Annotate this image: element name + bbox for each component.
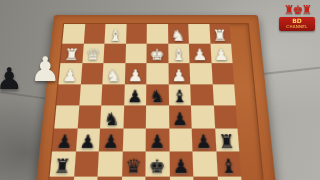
square-f2[interactable] [103,43,125,63]
piece-white-knight: ♞ [102,68,124,84]
logo-text-line2: CHANNEL [279,25,315,29]
square-c3[interactable]: ♟ [168,63,190,84]
piece-white-bishop: ♝ [104,28,126,43]
piece-white-king: ♚ [146,48,168,64]
square-g8[interactable] [72,176,98,180]
piece-white-pawn: ♟ [168,68,190,84]
square-h5[interactable] [54,105,79,128]
square-f7[interactable] [98,151,123,176]
logo-ribbon: BD CHANNEL [279,17,315,31]
square-e7[interactable]: ♛ [121,151,145,176]
chess-photo-frame: ♝♞♜♜♛♚♝♟♟♟♞♟♟♟♞♝♞♟♟♟♟♟♟♜♜♛♚♟♝ ♟ ♟ ♜♚♜ BD… [0,0,320,180]
square-b1[interactable] [188,24,210,43]
square-b4[interactable] [190,84,213,106]
square-a3[interactable] [211,63,234,84]
square-d1[interactable] [147,24,168,43]
piece-white-rook: ♜ [60,48,83,64]
square-f1[interactable]: ♝ [104,24,126,43]
table-seam [260,67,320,75]
piece-white-pawn: ♟ [58,68,81,84]
square-e4[interactable]: ♟ [124,84,147,106]
square-a5[interactable] [213,105,237,128]
piece-black-pawn: ♟ [52,133,77,151]
piece-black-pawn: ♟ [75,133,99,151]
piece-black-king: ♚ [145,157,169,176]
square-d5[interactable] [146,105,169,128]
square-f6[interactable]: ♟ [99,128,123,152]
square-d3[interactable] [146,63,168,84]
piece-white-pawn: ♟ [124,68,146,84]
square-f4[interactable] [101,84,124,106]
piece-white-rook: ♜ [209,28,231,43]
square-d7[interactable]: ♚ [145,151,169,176]
square-a2[interactable]: ♟ [210,43,233,63]
channel-logo: ♜♚♜ BD CHANNEL [279,4,315,31]
captured-white-pawn: ♟ [30,52,60,86]
square-b8[interactable] [193,176,218,180]
square-e2[interactable] [125,43,147,63]
square-d4[interactable]: ♞ [146,84,168,106]
piece-white-bishop: ♝ [168,48,190,64]
piece-black-bishop: ♝ [168,89,191,106]
piece-black-rook: ♜ [50,157,75,176]
square-c2[interactable]: ♝ [168,43,190,63]
piece-black-bishop: ♝ [216,157,241,176]
square-f5[interactable]: ♞ [100,105,124,128]
square-a6[interactable]: ♜ [215,128,240,152]
piece-black-knight: ♞ [146,89,168,106]
square-a4[interactable] [212,84,236,106]
square-h7[interactable]: ♜ [50,151,76,176]
square-b6[interactable]: ♟ [192,128,216,152]
square-g6[interactable]: ♟ [75,128,100,152]
square-c5[interactable]: ♟ [168,105,191,128]
piece-black-queen: ♛ [121,157,145,176]
square-e1[interactable] [126,24,147,43]
square-h3[interactable]: ♟ [58,63,81,84]
square-a8[interactable] [217,176,243,180]
square-e5[interactable] [123,105,146,128]
square-b2[interactable]: ♟ [189,43,211,63]
square-h1[interactable] [62,24,85,43]
square-h6[interactable]: ♟ [52,128,77,152]
piece-white-pawn: ♟ [189,48,211,64]
square-e3[interactable]: ♟ [124,63,146,84]
square-h8[interactable] [47,176,73,180]
square-g5[interactable] [77,105,101,128]
chess-board: ♝♞♜♜♛♚♝♟♟♟♞♟♟♟♞♝♞♟♟♟♟♟♟♜♜♛♚♟♝ [46,23,266,180]
square-a7[interactable]: ♝ [216,151,241,176]
square-g1[interactable] [83,24,105,43]
piece-black-pawn: ♟ [169,157,193,176]
board-perspective-wrap: ♝♞♜♜♛♚♝♟♟♟♞♟♟♟♞♝♞♟♟♟♟♟♟♜♜♛♚♟♝ [54,15,258,180]
square-e6[interactable] [122,128,146,152]
square-g3[interactable] [80,63,103,84]
piece-black-pawn: ♟ [124,89,147,106]
piece-black-rook: ♜ [215,133,239,151]
square-h2[interactable]: ♜ [60,43,83,63]
square-g2[interactable]: ♛ [82,43,105,63]
piece-white-knight: ♞ [168,28,189,43]
piece-white-pawn: ♟ [210,48,232,64]
square-b7[interactable] [192,151,217,176]
square-d8[interactable] [145,176,169,180]
square-d6[interactable]: ♟ [146,128,169,152]
piece-white-queen: ♛ [82,48,104,64]
square-a1[interactable]: ♜ [209,24,231,43]
piece-black-pawn: ♟ [169,110,192,128]
square-c8[interactable] [169,176,194,180]
square-c1[interactable]: ♞ [168,24,189,43]
square-c6[interactable] [169,128,193,152]
piece-black-pawn: ♟ [146,133,169,151]
square-b5[interactable] [191,105,215,128]
captured-black-pawn: ♟ [0,64,23,94]
piece-black-knight: ♞ [100,110,123,128]
square-f8[interactable] [96,176,121,180]
piece-black-pawn: ♟ [192,133,216,151]
square-d2[interactable]: ♚ [146,43,168,63]
square-c4[interactable]: ♝ [168,84,191,106]
square-g4[interactable] [79,84,103,106]
square-g7[interactable] [74,151,99,176]
piece-black-pawn: ♟ [99,133,123,151]
board-wooden-rim: ♝♞♜♜♛♚♝♟♟♟♞♟♟♟♞♝♞♟♟♟♟♟♟♜♜♛♚♟♝ [32,15,279,180]
square-f3[interactable]: ♞ [102,63,125,84]
logo-chess-pieces-icon: ♜♚♜ [279,4,315,16]
square-c7[interactable]: ♟ [169,151,193,176]
square-b3[interactable] [190,63,213,84]
square-e8[interactable] [121,176,146,180]
